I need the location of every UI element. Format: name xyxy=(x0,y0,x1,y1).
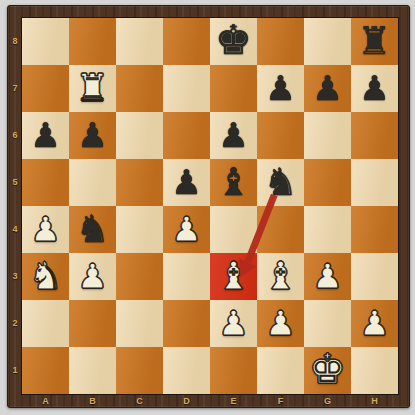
square-d3[interactable] xyxy=(163,253,210,300)
rank-label-2: 2 xyxy=(9,300,21,347)
square-d7[interactable] xyxy=(163,65,210,112)
piece-black-knight-f5[interactable]: ♞ xyxy=(263,163,297,203)
square-e6[interactable]: ♟ xyxy=(210,112,257,159)
piece-white-rook-b7[interactable]: ♜ xyxy=(75,69,109,109)
square-f8[interactable] xyxy=(257,18,304,65)
square-b8[interactable] xyxy=(69,18,116,65)
square-e8[interactable]: ♚ xyxy=(210,18,257,65)
rank-label-7: 7 xyxy=(9,65,21,112)
square-h1[interactable] xyxy=(351,347,398,394)
square-b7[interactable]: ♜ xyxy=(69,65,116,112)
square-d1[interactable] xyxy=(163,347,210,394)
square-a7[interactable] xyxy=(22,65,69,112)
square-b5[interactable] xyxy=(69,159,116,206)
rank-label-6: 6 xyxy=(9,112,21,159)
square-b3[interactable]: ♟ xyxy=(69,253,116,300)
piece-white-knight-a3[interactable]: ♞ xyxy=(28,257,62,297)
file-label-c: C xyxy=(116,395,163,408)
square-c6[interactable] xyxy=(116,112,163,159)
square-d2[interactable] xyxy=(163,300,210,347)
piece-black-pawn-e6[interactable]: ♟ xyxy=(218,118,248,154)
square-f2[interactable]: ♟ xyxy=(257,300,304,347)
piece-white-bishop-e3[interactable]: ♝ xyxy=(216,257,250,297)
piece-black-pawn-f7[interactable]: ♟ xyxy=(265,71,295,107)
piece-black-pawn-a6[interactable]: ♟ xyxy=(30,118,60,154)
square-b2[interactable] xyxy=(69,300,116,347)
file-label-e: E xyxy=(210,395,257,408)
file-label-b: B xyxy=(69,395,116,408)
square-d8[interactable] xyxy=(163,18,210,65)
square-g8[interactable] xyxy=(304,18,351,65)
square-e7[interactable] xyxy=(210,65,257,112)
square-e5[interactable]: ♝ xyxy=(210,159,257,206)
chess-app-screenshot: 87654321 ABCDEFGH ♚♜♜♟♟♟♟♟♟♟♝♞♟♞♟♞♟♝♝♟♟♟… xyxy=(0,0,415,415)
file-label-a: A xyxy=(22,395,69,408)
square-e2[interactable]: ♟ xyxy=(210,300,257,347)
square-e1[interactable] xyxy=(210,347,257,394)
square-a8[interactable] xyxy=(22,18,69,65)
square-d5[interactable]: ♟ xyxy=(163,159,210,206)
square-g4[interactable] xyxy=(304,206,351,253)
piece-black-pawn-b6[interactable]: ♟ xyxy=(77,118,107,154)
square-f1[interactable] xyxy=(257,347,304,394)
board-frame: 87654321 ABCDEFGH ♚♜♜♟♟♟♟♟♟♟♝♞♟♞♟♞♟♝♝♟♟♟… xyxy=(7,5,410,408)
square-g5[interactable] xyxy=(304,159,351,206)
file-label-d: D xyxy=(163,395,210,408)
file-label-g: G xyxy=(304,395,351,408)
square-h3[interactable] xyxy=(351,253,398,300)
piece-black-pawn-h7[interactable]: ♟ xyxy=(359,71,389,107)
square-e3[interactable]: ♝ xyxy=(210,253,257,300)
piece-black-knight-b4[interactable]: ♞ xyxy=(75,210,109,250)
piece-black-pawn-g7[interactable]: ♟ xyxy=(312,71,342,107)
square-a2[interactable] xyxy=(22,300,69,347)
piece-white-pawn-g3[interactable]: ♟ xyxy=(312,259,342,295)
square-c7[interactable] xyxy=(116,65,163,112)
rank-label-3: 3 xyxy=(9,253,21,300)
square-f7[interactable]: ♟ xyxy=(257,65,304,112)
square-f5[interactable]: ♞ xyxy=(257,159,304,206)
square-c2[interactable] xyxy=(116,300,163,347)
square-b1[interactable] xyxy=(69,347,116,394)
square-g6[interactable] xyxy=(304,112,351,159)
square-f4[interactable] xyxy=(257,206,304,253)
rank-label-1: 1 xyxy=(9,347,21,394)
file-label-f: F xyxy=(257,395,304,408)
piece-white-king-g1[interactable]: ♚ xyxy=(309,349,346,392)
file-label-h: H xyxy=(351,395,398,408)
square-h6[interactable] xyxy=(351,112,398,159)
square-a5[interactable] xyxy=(22,159,69,206)
piece-black-bishop-e5[interactable]: ♝ xyxy=(216,163,250,203)
square-c4[interactable] xyxy=(116,206,163,253)
square-d4[interactable]: ♟ xyxy=(163,206,210,253)
rank-label-5: 5 xyxy=(9,159,21,206)
square-b6[interactable]: ♟ xyxy=(69,112,116,159)
piece-white-pawn-a4[interactable]: ♟ xyxy=(30,212,60,248)
square-b4[interactable]: ♞ xyxy=(69,206,116,253)
square-a3[interactable]: ♞ xyxy=(22,253,69,300)
piece-white-pawn-f2[interactable]: ♟ xyxy=(265,306,295,342)
square-h5[interactable] xyxy=(351,159,398,206)
piece-white-pawn-e2[interactable]: ♟ xyxy=(218,306,248,342)
piece-black-king-e8[interactable]: ♚ xyxy=(215,20,252,63)
square-h8[interactable]: ♜ xyxy=(351,18,398,65)
rank-label-4: 4 xyxy=(9,206,21,253)
piece-white-bishop-f3[interactable]: ♝ xyxy=(263,257,297,297)
square-h4[interactable] xyxy=(351,206,398,253)
square-c8[interactable] xyxy=(116,18,163,65)
square-g3[interactable]: ♟ xyxy=(304,253,351,300)
piece-black-pawn-d5[interactable]: ♟ xyxy=(171,165,201,201)
piece-white-pawn-d4[interactable]: ♟ xyxy=(171,212,201,248)
square-c1[interactable] xyxy=(116,347,163,394)
square-c3[interactable] xyxy=(116,253,163,300)
square-g7[interactable]: ♟ xyxy=(304,65,351,112)
square-e4[interactable] xyxy=(210,206,257,253)
piece-black-rook-h8[interactable]: ♜ xyxy=(357,22,391,62)
square-d6[interactable] xyxy=(163,112,210,159)
square-a4[interactable]: ♟ xyxy=(22,206,69,253)
square-h2[interactable]: ♟ xyxy=(351,300,398,347)
square-c5[interactable] xyxy=(116,159,163,206)
rank-label-8: 8 xyxy=(9,18,21,65)
square-a1[interactable] xyxy=(22,347,69,394)
square-f6[interactable] xyxy=(257,112,304,159)
piece-white-pawn-h2[interactable]: ♟ xyxy=(359,306,389,342)
piece-white-pawn-b3[interactable]: ♟ xyxy=(77,259,107,295)
square-a6[interactable]: ♟ xyxy=(22,112,69,159)
chess-board[interactable]: ♚♜♜♟♟♟♟♟♟♟♝♞♟♞♟♞♟♝♝♟♟♟♟♚ xyxy=(22,18,398,394)
square-g1[interactable]: ♚ xyxy=(304,347,351,394)
square-f3[interactable]: ♝ xyxy=(257,253,304,300)
square-g2[interactable] xyxy=(304,300,351,347)
square-h7[interactable]: ♟ xyxy=(351,65,398,112)
